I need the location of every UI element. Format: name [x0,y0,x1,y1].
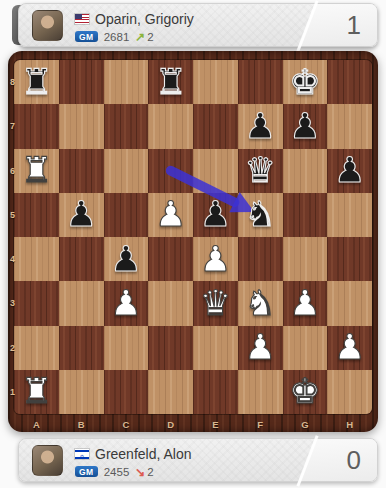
square-f2[interactable]: ♟ [238,326,283,370]
file-label-f: F [257,419,263,430]
player-rating-top: 2681 [104,31,130,43]
square-b8[interactable] [59,60,104,104]
piece-white-rook[interactable]: ♜ [21,153,52,188]
rank-label-8: 8 [10,77,15,87]
rating-change-top: 2 [147,31,153,43]
player-avatar-bottom [32,445,63,476]
title-badge-top: GM [75,31,98,42]
square-c4[interactable]: ♟ [104,237,149,281]
square-h2[interactable]: ♟ [327,326,372,370]
piece-white-pawn[interactable]: ♟ [110,286,141,321]
trend-up-icon: ↗ [135,30,145,44]
square-d7[interactable] [148,104,193,148]
rank-label-7: 7 [10,121,15,131]
piece-white-pawn[interactable]: ♟ [334,330,365,365]
square-b2[interactable] [59,326,104,370]
board-squares: ♜♜♚♟♟♜♛♟♟♟♟♞♟♟♟♛♞♟♟♟♜♚ [14,60,372,414]
rank-label-6: 6 [10,166,15,176]
broadcast-game-panel: Oparin, Grigoriy GM 2681 ↗ 2 1 ♜♜♚♟♟♜♛♟♟… [0,0,386,488]
square-g2[interactable] [283,326,328,370]
piece-black-pawn[interactable]: ♟ [289,109,320,144]
player-name-top: Oparin, Grigoriy [95,11,194,27]
piece-black-pawn[interactable]: ♟ [334,153,365,188]
rank-label-4: 4 [10,254,15,264]
rank-label-3: 3 [10,298,15,308]
square-c8[interactable] [104,60,149,104]
square-g3[interactable]: ♟ [283,281,328,325]
score-bottom: 0 [347,445,361,476]
square-h3[interactable] [327,281,372,325]
square-d4[interactable] [148,237,193,281]
square-a4[interactable] [14,237,59,281]
piece-white-pawn[interactable]: ♟ [289,286,320,321]
rating-trend-bottom: ↘ 2 [135,465,153,479]
player-name-bottom: Greenfeld, Alon [95,446,192,462]
square-c7[interactable] [104,104,149,148]
rating-change-bottom: 2 [147,466,153,478]
square-f6[interactable]: ♛ [238,149,283,193]
square-d6[interactable] [148,149,193,193]
piece-white-queen[interactable]: ♛ [200,286,231,321]
trend-down-icon: ↘ [135,465,145,479]
square-e4[interactable]: ♟ [193,237,238,281]
piece-black-pawn[interactable]: ♟ [65,197,96,232]
square-b1[interactable] [59,370,104,414]
file-labels: ABCDEFGH [14,417,372,430]
square-a7[interactable] [14,104,59,148]
square-a1[interactable]: ♜ [14,370,59,414]
square-b6[interactable] [59,149,104,193]
square-h8[interactable] [327,60,372,104]
square-g8[interactable]: ♚ [283,60,328,104]
square-h7[interactable] [327,104,372,148]
square-h5[interactable] [327,193,372,237]
square-g7[interactable]: ♟ [283,104,328,148]
square-f4[interactable] [238,237,283,281]
piece-white-knight[interactable]: ♞ [244,286,275,321]
square-d3[interactable] [148,281,193,325]
piece-black-queen[interactable]: ♛ [244,153,275,188]
piece-black-knight[interactable]: ♞ [244,197,275,232]
board-inner: ♜♜♚♟♟♜♛♟♟♟♟♞♟♟♟♛♞♟♟♟♜♚ 87654321 [14,60,372,414]
square-d1[interactable] [148,370,193,414]
square-b7[interactable] [59,104,104,148]
file-label-g: G [301,419,308,430]
square-c1[interactable] [104,370,149,414]
title-badge-bottom: GM [75,466,98,477]
square-d2[interactable] [148,326,193,370]
square-g1[interactable]: ♚ [283,370,328,414]
square-g5[interactable] [283,193,328,237]
square-d5[interactable]: ♟ [148,193,193,237]
square-b5[interactable]: ♟ [59,193,104,237]
square-c2[interactable] [104,326,149,370]
square-d8[interactable]: ♜ [148,60,193,104]
square-e6[interactable] [193,149,238,193]
square-a6[interactable]: ♜ [14,149,59,193]
square-f1[interactable] [238,370,283,414]
rank-label-2: 2 [10,343,15,353]
square-a8[interactable]: ♜ [14,60,59,104]
piece-black-pawn[interactable]: ♟ [200,197,231,232]
square-f5[interactable]: ♞ [238,193,283,237]
piece-black-king[interactable]: ♚ [289,65,320,100]
square-e2[interactable] [193,326,238,370]
piece-white-rook[interactable]: ♜ [21,374,52,409]
piece-black-rook[interactable]: ♜ [155,65,186,100]
chess-board: ♜♜♚♟♟♜♛♟♟♟♟♞♟♟♟♛♞♟♟♟♜♚ 87654321 ABCDEFGH [8,51,378,432]
square-h1[interactable] [327,370,372,414]
piece-white-pawn[interactable]: ♟ [155,197,186,232]
square-e3[interactable]: ♛ [193,281,238,325]
israel-flag-icon [75,449,89,459]
square-e7[interactable] [193,104,238,148]
file-label-c: C [122,419,129,430]
square-f3[interactable]: ♞ [238,281,283,325]
file-label-e: E [212,419,218,430]
square-e8[interactable] [193,60,238,104]
player-card-bottom[interactable]: Greenfeld, Alon GM 2455 ↘ 2 0 [18,438,378,482]
player-card-top[interactable]: Oparin, Grigoriy GM 2681 ↗ 2 1 [18,3,378,47]
square-e5[interactable]: ♟ [193,193,238,237]
square-e1[interactable] [193,370,238,414]
file-label-h: H [346,419,353,430]
square-a3[interactable] [14,281,59,325]
square-h6[interactable]: ♟ [327,149,372,193]
square-h4[interactable] [327,237,372,281]
square-c6[interactable] [104,149,149,193]
rank-label-1: 1 [10,387,15,397]
file-label-d: D [167,419,174,430]
piece-black-rook[interactable]: ♜ [21,65,52,100]
square-g4[interactable] [283,237,328,281]
us-flag-icon [75,14,89,24]
file-label-a: A [33,419,40,430]
player-rating-bottom: 2455 [104,466,130,478]
square-b4[interactable] [59,237,104,281]
square-a5[interactable] [14,193,59,237]
square-b3[interactable] [59,281,104,325]
piece-white-king[interactable]: ♚ [289,374,320,409]
square-g6[interactable] [283,149,328,193]
square-c3[interactable]: ♟ [104,281,149,325]
square-a2[interactable] [14,326,59,370]
piece-white-pawn[interactable]: ♟ [244,330,275,365]
player-avatar-top [32,10,63,41]
piece-black-pawn[interactable]: ♟ [244,109,275,144]
piece-black-pawn[interactable]: ♟ [110,242,141,277]
square-f8[interactable] [238,60,283,104]
rating-trend-top: ↗ 2 [135,30,153,44]
square-c5[interactable] [104,193,149,237]
rank-label-5: 5 [10,210,15,220]
score-top: 1 [347,10,361,41]
square-f7[interactable]: ♟ [238,104,283,148]
piece-white-pawn[interactable]: ♟ [200,242,231,277]
file-label-b: B [78,419,85,430]
